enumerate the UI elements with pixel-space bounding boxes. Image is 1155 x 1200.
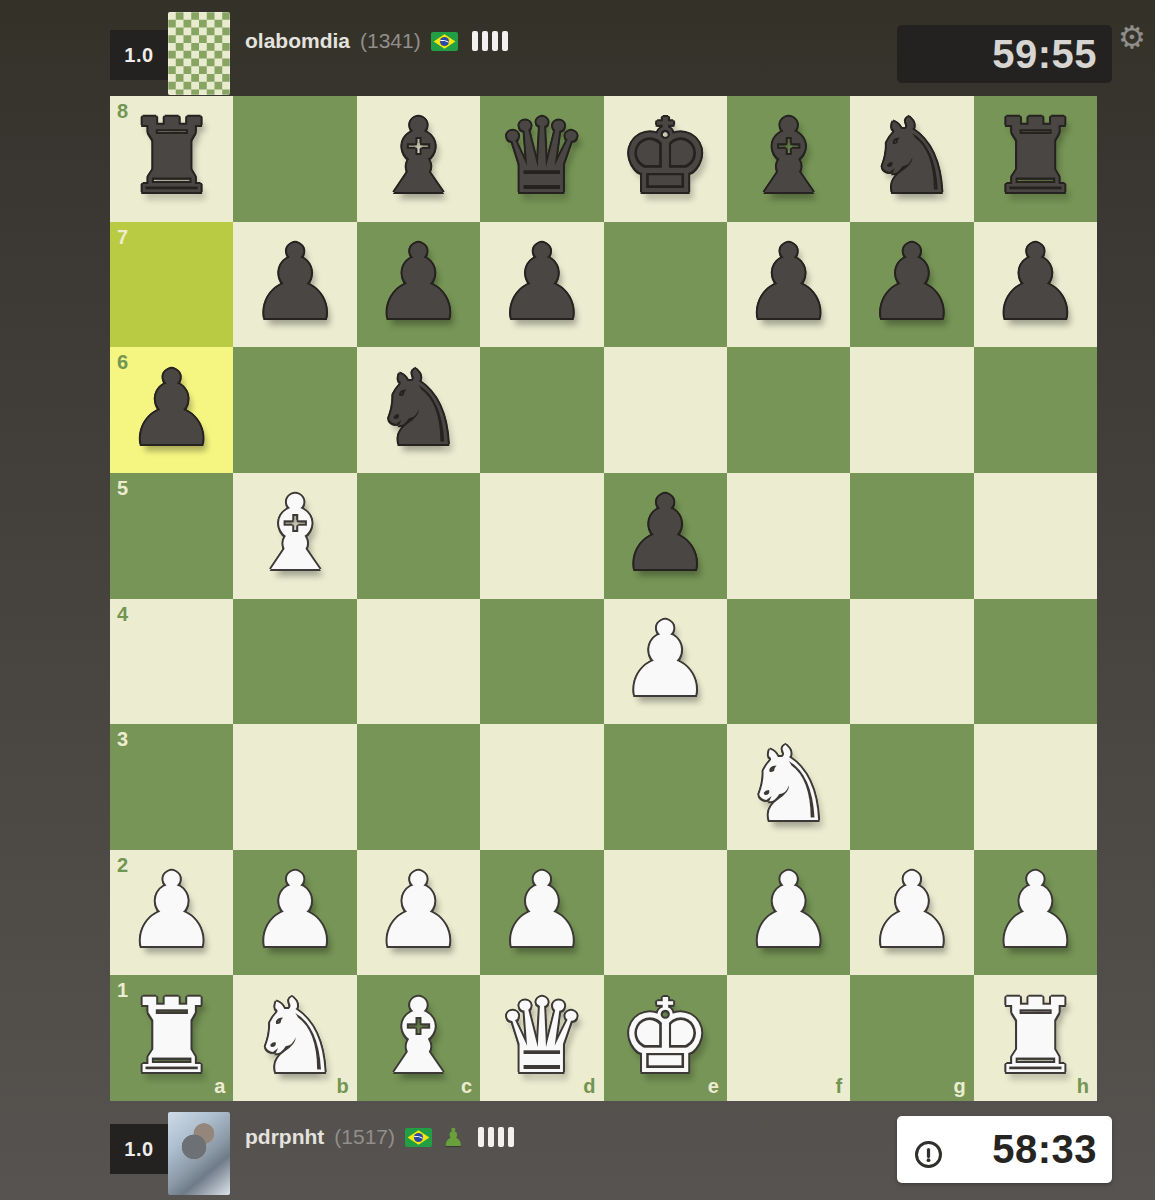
- square-e2[interactable]: [604, 850, 727, 976]
- top-player-connection-bars: [472, 31, 508, 51]
- white-pawn-d2[interactable]: ♟: [496, 859, 588, 962]
- square-e4[interactable]: ♟: [604, 599, 727, 725]
- bottom-player-avatar[interactable]: [168, 1112, 230, 1195]
- top-player-name[interactable]: olabomdia: [245, 29, 350, 53]
- square-b1[interactable]: b♞: [233, 975, 356, 1101]
- white-pawn-b2[interactable]: ♟: [249, 859, 341, 962]
- top-player-avatar[interactable]: [168, 12, 230, 95]
- white-bishop-b5[interactable]: ♝: [249, 482, 341, 585]
- square-a1[interactable]: 1a♜: [110, 975, 233, 1101]
- square-d2[interactable]: ♟: [480, 850, 603, 976]
- square-g7[interactable]: ♟: [850, 222, 973, 348]
- square-f1[interactable]: f: [727, 975, 850, 1101]
- square-e6[interactable]: [604, 347, 727, 473]
- square-c5[interactable]: [357, 473, 480, 599]
- square-f5[interactable]: [727, 473, 850, 599]
- white-queen-d1[interactable]: ♛: [496, 985, 588, 1088]
- settings-gear-icon[interactable]: ⚙: [1118, 22, 1146, 53]
- square-h2[interactable]: ♟: [974, 850, 1097, 976]
- square-g5[interactable]: [850, 473, 973, 599]
- file-label-g: g: [953, 1076, 965, 1096]
- square-g8[interactable]: ♞: [850, 96, 973, 222]
- square-e7[interactable]: [604, 222, 727, 348]
- square-c6[interactable]: ♞: [357, 347, 480, 473]
- rank-label-3: 3: [117, 729, 128, 749]
- square-f2[interactable]: ♟: [727, 850, 850, 976]
- white-knight-f3[interactable]: ♞: [742, 733, 834, 836]
- white-pawn-h2[interactable]: ♟: [989, 859, 1081, 962]
- square-h4[interactable]: [974, 599, 1097, 725]
- rank-label-5: 5: [117, 478, 128, 498]
- black-pawn-e5[interactable]: ♟: [619, 482, 711, 585]
- top-player-info: olabomdia (1341): [245, 26, 508, 56]
- brazil-flag-icon: [431, 32, 458, 51]
- square-c2[interactable]: ♟: [357, 850, 480, 976]
- signal-bar-icon: [508, 1127, 514, 1147]
- top-clock-time: 59:55: [992, 32, 1097, 77]
- game-screen: 1.0 olabomdia (1341) 59:55 ⚙ 8♜♝♛♚♝♞♜7♟♟…: [0, 0, 1155, 1200]
- square-b8[interactable]: [233, 96, 356, 222]
- top-player-clock: 59:55: [897, 25, 1112, 83]
- square-f6[interactable]: [727, 347, 850, 473]
- black-pawn-b7[interactable]: ♟: [249, 231, 341, 334]
- black-king-e8[interactable]: ♚: [619, 105, 711, 208]
- square-d3[interactable]: [480, 724, 603, 850]
- square-d1[interactable]: d♛: [480, 975, 603, 1101]
- black-pawn-d7[interactable]: ♟: [496, 231, 588, 334]
- bottom-player-info: pdrpnht (1517) ♟: [245, 1122, 514, 1152]
- black-bishop-c8[interactable]: ♝: [372, 105, 464, 208]
- square-e3[interactable]: [604, 724, 727, 850]
- black-queen-d8[interactable]: ♛: [496, 105, 588, 208]
- white-pawn-c2[interactable]: ♟: [372, 859, 464, 962]
- file-label-f: f: [836, 1076, 843, 1096]
- signal-bar-icon: [472, 31, 478, 51]
- square-c4[interactable]: [357, 599, 480, 725]
- rank-label-4: 4: [117, 604, 128, 624]
- white-pawn-f2[interactable]: ♟: [742, 859, 834, 962]
- square-a8[interactable]: 8♜: [110, 96, 233, 222]
- bottom-player-connection-bars: [478, 1127, 514, 1147]
- black-pawn-c7[interactable]: ♟: [372, 231, 464, 334]
- white-rook-a1[interactable]: ♜: [126, 985, 218, 1088]
- square-b5[interactable]: ♝: [233, 473, 356, 599]
- bottom-player-rating: (1517): [334, 1125, 395, 1149]
- bottom-player-clock-active: 58:33: [897, 1116, 1112, 1183]
- square-g1[interactable]: g: [850, 975, 973, 1101]
- top-player-rating: (1341): [360, 29, 421, 53]
- signal-bar-icon: [502, 31, 508, 51]
- black-bishop-f8[interactable]: ♝: [742, 105, 834, 208]
- low-time-info-icon: [913, 1134, 944, 1165]
- chess-board: 8♜♝♛♚♝♞♜7♟♟♟♟♟♟6♟♞5♝♟4♟3♞2♟♟♟♟♟♟♟1a♜b♞c♝…: [110, 96, 1097, 1101]
- square-f7[interactable]: ♟: [727, 222, 850, 348]
- square-d8[interactable]: ♛: [480, 96, 603, 222]
- bottom-player-match-score: 1.0: [110, 1124, 168, 1174]
- square-c8[interactable]: ♝: [357, 96, 480, 222]
- square-g3[interactable]: [850, 724, 973, 850]
- black-knight-c6[interactable]: ♞: [372, 357, 464, 460]
- square-f3[interactable]: ♞: [727, 724, 850, 850]
- square-g4[interactable]: [850, 599, 973, 725]
- bottom-clock-time: 58:33: [992, 1127, 1097, 1172]
- square-a6[interactable]: 6♟: [110, 347, 233, 473]
- bottom-player-name[interactable]: pdrpnht: [245, 1125, 324, 1149]
- white-knight-b1[interactable]: ♞: [249, 985, 341, 1088]
- black-rook-a8[interactable]: ♜: [126, 105, 218, 208]
- square-g2[interactable]: ♟: [850, 850, 973, 976]
- square-a5[interactable]: 5: [110, 473, 233, 599]
- square-e8[interactable]: ♚: [604, 96, 727, 222]
- rank-label-7: 7: [117, 227, 128, 247]
- square-c1[interactable]: c♝: [357, 975, 480, 1101]
- signal-bar-icon: [488, 1127, 494, 1147]
- square-h5[interactable]: [974, 473, 1097, 599]
- square-g6[interactable]: [850, 347, 973, 473]
- square-b6[interactable]: [233, 347, 356, 473]
- signal-bar-icon: [492, 31, 498, 51]
- black-pawn-f7[interactable]: ♟: [742, 231, 834, 334]
- square-c7[interactable]: ♟: [357, 222, 480, 348]
- signal-bar-icon: [482, 31, 488, 51]
- square-d4[interactable]: [480, 599, 603, 725]
- brazil-flag-icon: [405, 1128, 432, 1147]
- black-knight-g8[interactable]: ♞: [866, 105, 958, 208]
- square-a7[interactable]: 7: [110, 222, 233, 348]
- square-b2[interactable]: ♟: [233, 850, 356, 976]
- white-bishop-c1[interactable]: ♝: [372, 985, 464, 1088]
- square-b7[interactable]: ♟: [233, 222, 356, 348]
- square-b3[interactable]: [233, 724, 356, 850]
- white-pawn-e4[interactable]: ♟: [619, 608, 711, 711]
- square-c3[interactable]: [357, 724, 480, 850]
- square-e5[interactable]: ♟: [604, 473, 727, 599]
- square-a2[interactable]: 2♟: [110, 850, 233, 976]
- white-rook-h1[interactable]: ♜: [989, 985, 1081, 1088]
- square-h3[interactable]: [974, 724, 1097, 850]
- square-d7[interactable]: ♟: [480, 222, 603, 348]
- square-e1[interactable]: e♚: [604, 975, 727, 1101]
- square-d5[interactable]: [480, 473, 603, 599]
- green-pawn-badge-icon: ♟: [442, 1125, 464, 1150]
- black-pawn-a6[interactable]: ♟: [126, 357, 218, 460]
- square-h1[interactable]: h♜: [974, 975, 1097, 1101]
- black-rook-h8[interactable]: ♜: [989, 105, 1081, 208]
- square-h6[interactable]: [974, 347, 1097, 473]
- square-f4[interactable]: [727, 599, 850, 725]
- black-pawn-g7[interactable]: ♟: [866, 231, 958, 334]
- top-player-match-score: 1.0: [110, 30, 168, 80]
- white-king-e1[interactable]: ♚: [619, 985, 711, 1088]
- square-d6[interactable]: [480, 347, 603, 473]
- square-a3[interactable]: 3: [110, 724, 233, 850]
- square-f8[interactable]: ♝: [727, 96, 850, 222]
- square-b4[interactable]: [233, 599, 356, 725]
- white-pawn-g2[interactable]: ♟: [866, 859, 958, 962]
- square-a4[interactable]: 4: [110, 599, 233, 725]
- signal-bar-icon: [498, 1127, 504, 1147]
- white-pawn-a2[interactable]: ♟: [126, 859, 218, 962]
- black-pawn-h7[interactable]: ♟: [989, 231, 1081, 334]
- square-h8[interactable]: ♜: [974, 96, 1097, 222]
- square-h7[interactable]: ♟: [974, 222, 1097, 348]
- signal-bar-icon: [478, 1127, 484, 1147]
